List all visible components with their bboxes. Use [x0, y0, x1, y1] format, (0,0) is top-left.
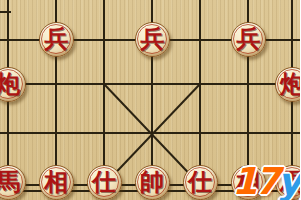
- piece-glyph: 炮: [280, 72, 300, 96]
- xiangqi-board: 兵兵兵炮炮馬相仕帥仕相馬 17yy: [0, 0, 300, 200]
- watermark-17: 17: [232, 160, 278, 200]
- piece-red-advisor-right[interactable]: 仕: [183, 165, 218, 200]
- piece-glyph: 馬: [0, 170, 20, 194]
- watermark-yy: yy: [278, 160, 301, 200]
- 17yy-watermark: 17yy: [232, 163, 300, 200]
- piece-glyph: 炮: [0, 72, 20, 96]
- piece-red-soldier-right[interactable]: 兵: [231, 22, 266, 57]
- piece-glyph: 兵: [140, 27, 164, 51]
- piece-glyph: 兵: [44, 27, 68, 51]
- piece-glyph: 帥: [140, 170, 164, 194]
- piece-glyph: 兵: [236, 27, 260, 51]
- piece-red-elephant-left[interactable]: 相: [39, 165, 74, 200]
- piece-red-soldier-center[interactable]: 兵: [135, 22, 170, 57]
- piece-red-general[interactable]: 帥: [135, 165, 170, 200]
- piece-red-soldier-left[interactable]: 兵: [39, 22, 74, 57]
- piece-glyph: 仕: [92, 170, 116, 194]
- piece-glyph: 仕: [188, 170, 212, 194]
- piece-red-advisor-left[interactable]: 仕: [87, 165, 122, 200]
- piece-glyph: 相: [44, 170, 68, 194]
